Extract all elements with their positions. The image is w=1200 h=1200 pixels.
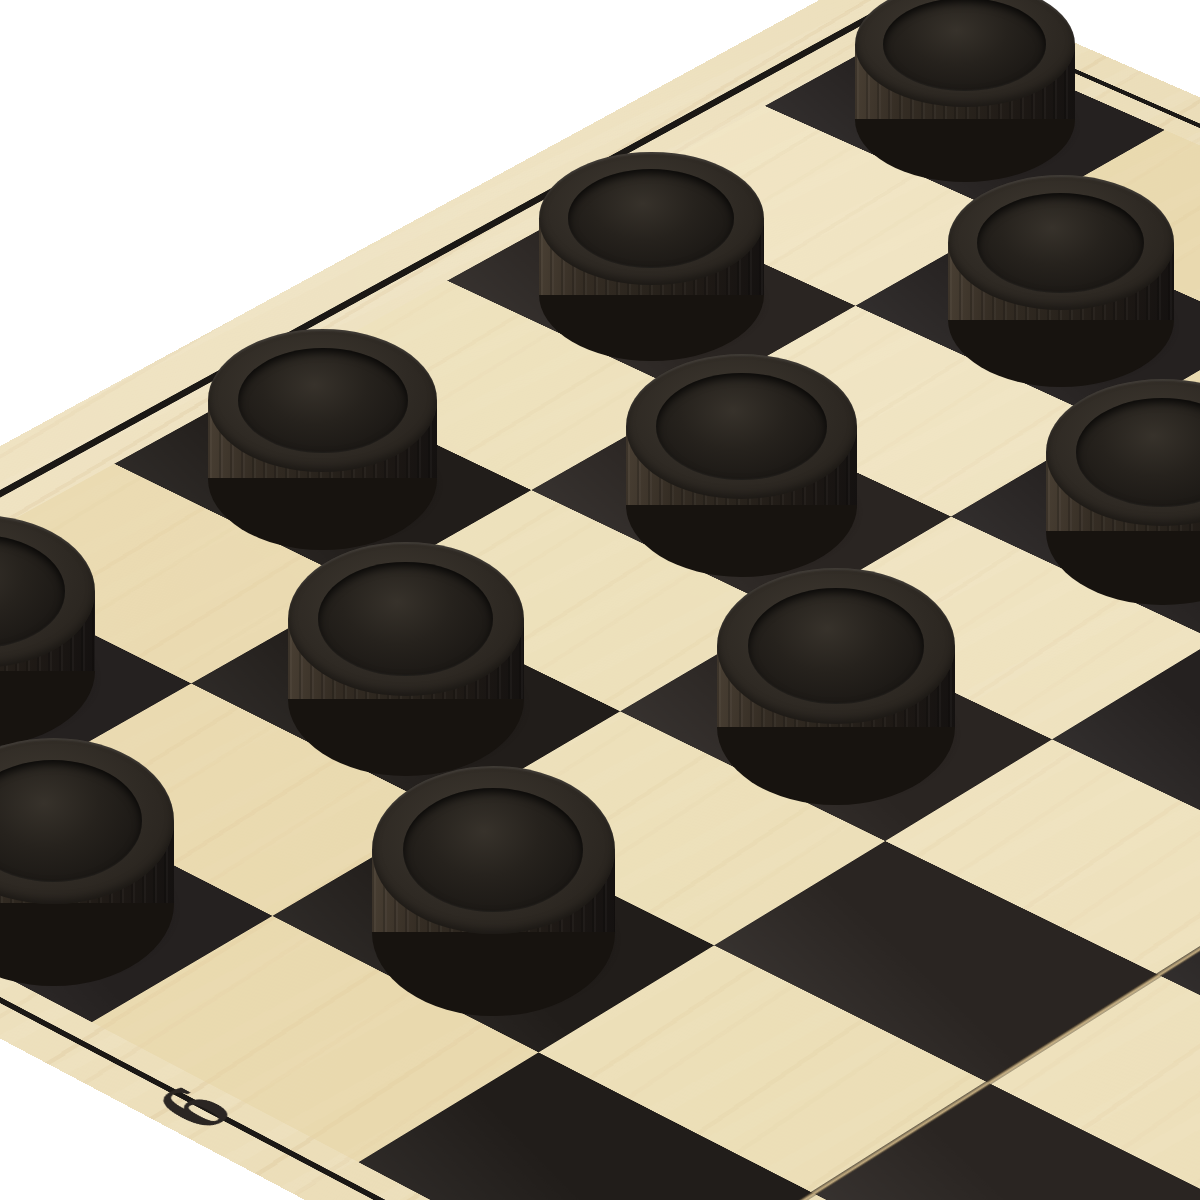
black-checker-piece [948, 175, 1174, 387]
black-checker-piece [1046, 379, 1200, 604]
black-checker-piece [855, 0, 1075, 182]
piece-cup-recess [883, 0, 1046, 91]
piece-cup-recess [0, 535, 65, 648]
piece-top-face [948, 175, 1174, 310]
piece-top-face [288, 542, 524, 696]
piece-cup-recess [0, 760, 142, 882]
piece-cup-recess [318, 562, 493, 676]
piece-top-face [717, 568, 955, 725]
black-checker-piece [626, 354, 857, 577]
piece-top-face [372, 766, 615, 934]
product-photo-scene: 6 [0, 0, 1200, 1200]
black-checker-piece [0, 515, 95, 747]
black-checker-piece [372, 766, 615, 1016]
piece-cup-recess [568, 169, 734, 268]
black-checker-piece [288, 542, 524, 777]
black-checker-piece [0, 738, 174, 985]
black-checker-piece [539, 152, 764, 362]
piece-cup-recess [977, 193, 1144, 293]
piece-cup-recess [748, 588, 924, 704]
piece-cup-recess [238, 348, 408, 454]
piece-cup-recess [1076, 398, 1200, 506]
black-checker-piece [208, 329, 437, 550]
pieces-layer [0, 0, 1200, 1200]
black-checker-piece [717, 568, 955, 805]
piece-top-face [208, 329, 437, 472]
piece-top-face [539, 152, 764, 285]
piece-cup-recess [403, 788, 583, 912]
piece-cup-recess [656, 373, 827, 480]
piece-top-face [626, 354, 857, 498]
